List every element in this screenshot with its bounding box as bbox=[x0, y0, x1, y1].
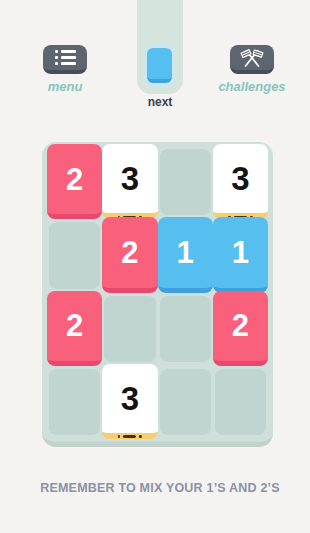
tile-face bbox=[118, 435, 142, 438]
board-cell: 1 bbox=[160, 222, 211, 288]
board-cell-empty bbox=[215, 369, 266, 435]
board-cell: 2 bbox=[49, 149, 100, 215]
next-tile-strip bbox=[137, 0, 183, 94]
board-cell-empty bbox=[104, 296, 155, 362]
crossed-flags-icon bbox=[239, 47, 265, 69]
next-label: next bbox=[127, 95, 193, 109]
tile-value: 1 bbox=[177, 237, 194, 268]
tile-value: 3 bbox=[121, 162, 139, 195]
tile-2[interactable]: 2 bbox=[47, 144, 102, 219]
board-cell: 2 bbox=[104, 222, 155, 288]
challenges-button[interactable] bbox=[230, 45, 274, 74]
hint-text: REMEMBER TO MIX YOUR 1’S AND 2’S bbox=[10, 481, 310, 495]
tile-value: 2 bbox=[66, 164, 83, 195]
board-cell: 3 bbox=[104, 369, 155, 435]
board-cell-empty bbox=[160, 296, 211, 362]
tile-1[interactable]: 1 bbox=[158, 217, 213, 292]
next-tile-preview bbox=[147, 48, 172, 83]
tile-value: 3 bbox=[231, 162, 249, 195]
board-cell-empty bbox=[49, 222, 100, 288]
tile-3[interactable]: 3 bbox=[102, 364, 157, 439]
board[interactable]: 233211223 bbox=[42, 142, 273, 447]
board-cell: 3 bbox=[215, 149, 266, 215]
tile-2[interactable]: 2 bbox=[102, 217, 157, 292]
tile-2[interactable]: 2 bbox=[213, 291, 268, 366]
board-cell-empty bbox=[160, 369, 211, 435]
tile-value: 2 bbox=[66, 310, 83, 341]
board-cell: 3 bbox=[104, 149, 155, 215]
list-icon bbox=[55, 47, 76, 68]
menu-button[interactable] bbox=[43, 45, 87, 74]
board-cell-empty bbox=[160, 149, 211, 215]
threes-game-screen: next menu bbox=[10, 0, 310, 533]
tile-value: 2 bbox=[121, 237, 138, 268]
challenges-label: challenges bbox=[212, 79, 292, 94]
tile-value: 2 bbox=[232, 310, 249, 341]
tile-value: 3 bbox=[121, 382, 139, 415]
tile-3[interactable]: 3 bbox=[102, 144, 157, 219]
tile-1[interactable]: 1 bbox=[213, 217, 268, 292]
board-cell: 2 bbox=[215, 296, 266, 362]
board-cell-empty bbox=[49, 369, 100, 435]
tile-3[interactable]: 3 bbox=[213, 144, 268, 219]
board-cell: 1 bbox=[215, 222, 266, 288]
board-cell: 2 bbox=[49, 296, 100, 362]
tile-value: 1 bbox=[232, 237, 249, 268]
tile-2[interactable]: 2 bbox=[47, 291, 102, 366]
menu-label: menu bbox=[33, 79, 97, 94]
